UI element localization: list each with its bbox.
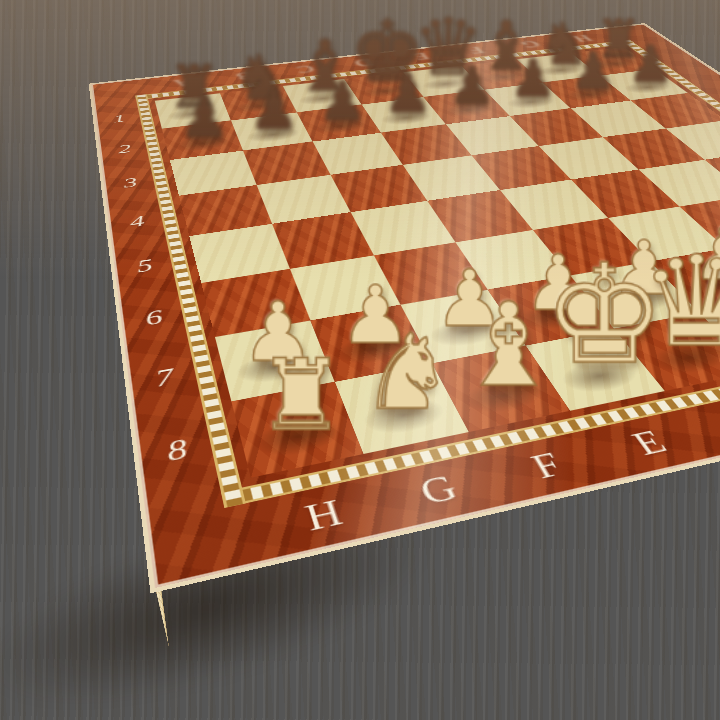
light-rook-h8: ♜ xyxy=(76,347,525,445)
product-photo-scene: ♜♞♝♚♛♝♞♜♟♟♟♟♟♟♟♟♟♟♟♟♟♟♟♟♜♞♝♚♛♝♞♜ HGFEDCB… xyxy=(0,0,720,720)
square-h8: ♜ xyxy=(231,382,363,478)
dark-pawn-h2: ♟ xyxy=(61,90,348,147)
rank-label-3: 3 xyxy=(106,163,157,205)
chess-board: ♜♞♝♚♛♝♞♜♟♟♟♟♟♟♟♟♟♟♟♟♟♟♟♟♜♞♝♚♛♝♞♜ HGFEDCB… xyxy=(91,24,720,588)
rank-label-5: 5 xyxy=(116,240,175,296)
file-label-h: H xyxy=(257,476,393,557)
rank-label-4: 4 xyxy=(111,199,165,247)
square-g4 xyxy=(256,175,351,224)
perspective-wrapper: ♜♞♝♚♛♝♞♜♟♟♟♟♟♟♟♟♟♟♟♟♟♟♟♟♜♞♝♚♛♝♞♜ HGFEDCB… xyxy=(0,0,720,720)
square-b4 xyxy=(603,128,704,169)
